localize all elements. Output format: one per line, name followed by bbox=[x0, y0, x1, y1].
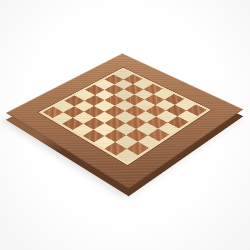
chess-board bbox=[6, 53, 244, 189]
product-photo bbox=[0, 0, 250, 250]
board-field bbox=[43, 69, 207, 162]
